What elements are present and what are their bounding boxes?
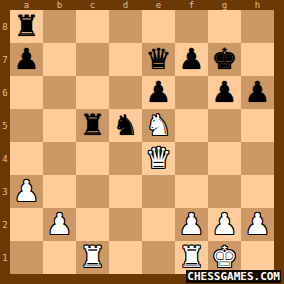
white-rook-rook-icon: ♜	[80, 241, 106, 274]
square-h7	[241, 43, 274, 76]
square-a5	[10, 109, 43, 142]
square-a1	[10, 241, 43, 274]
square-b6	[43, 76, 76, 109]
square-c8	[76, 10, 109, 43]
square-g8	[208, 10, 241, 43]
square-b8	[43, 10, 76, 43]
square-d3	[109, 175, 142, 208]
square-e6: ♟	[142, 76, 175, 109]
square-f2: ♟	[175, 208, 208, 241]
square-c5: ♜	[76, 109, 109, 142]
square-g6: ♟	[208, 76, 241, 109]
rank-label-5: 5	[0, 109, 10, 142]
chess-diagram: abcdefgh 87654321 ♜♟♛♟♚♟♟♟♜♞♞♛♟♟♟♟♟♜♜♚ C…	[0, 0, 284, 284]
square-a4	[10, 142, 43, 175]
rank-label-2: 2	[0, 208, 10, 241]
square-a3: ♟	[10, 175, 43, 208]
white-pawn-pawn-icon: ♟	[14, 175, 40, 208]
file-label-g: g	[208, 0, 241, 10]
square-a6	[10, 76, 43, 109]
square-g3	[208, 175, 241, 208]
square-c1: ♜	[76, 241, 109, 274]
file-label-b: b	[43, 0, 76, 10]
square-d6	[109, 76, 142, 109]
square-c7	[76, 43, 109, 76]
square-f5	[175, 109, 208, 142]
file-label-c: c	[76, 0, 109, 10]
square-g2: ♟	[208, 208, 241, 241]
white-pawn-pawn-icon: ♟	[179, 208, 205, 241]
black-pawn-pawn-icon: ♟	[14, 43, 40, 76]
square-d8	[109, 10, 142, 43]
square-e2	[142, 208, 175, 241]
square-f7: ♟	[175, 43, 208, 76]
square-f6	[175, 76, 208, 109]
white-pawn-pawn-icon: ♟	[47, 208, 73, 241]
file-label-h: h	[241, 0, 274, 10]
square-c6	[76, 76, 109, 109]
white-knight-knight-icon: ♞	[146, 109, 172, 142]
square-e8	[142, 10, 175, 43]
square-d1	[109, 241, 142, 274]
square-d4	[109, 142, 142, 175]
square-e1	[142, 241, 175, 274]
square-b4	[43, 142, 76, 175]
black-pawn-pawn-icon: ♟	[146, 76, 172, 109]
rank-label-7: 7	[0, 43, 10, 76]
rank-label-6: 6	[0, 76, 10, 109]
square-e4: ♛	[142, 142, 175, 175]
black-rook-rook-icon: ♜	[80, 109, 106, 142]
square-b7	[43, 43, 76, 76]
square-e3	[142, 175, 175, 208]
square-a8: ♜	[10, 10, 43, 43]
black-king-king-icon: ♚	[212, 43, 238, 76]
black-knight-knight-icon: ♞	[113, 109, 139, 142]
square-b2: ♟	[43, 208, 76, 241]
rank-label-8: 8	[0, 10, 10, 43]
white-pawn-pawn-icon: ♟	[212, 208, 238, 241]
square-g4	[208, 142, 241, 175]
watermark: CHESSGAMES.COM	[186, 270, 281, 283]
square-b3	[43, 175, 76, 208]
black-pawn-pawn-icon: ♟	[179, 43, 205, 76]
black-pawn-pawn-icon: ♟	[212, 76, 238, 109]
square-h4	[241, 142, 274, 175]
white-queen-queen-icon: ♛	[146, 142, 172, 175]
square-b1	[43, 241, 76, 274]
square-f8	[175, 10, 208, 43]
square-a2	[10, 208, 43, 241]
black-pawn-pawn-icon: ♟	[245, 76, 271, 109]
rank-label-3: 3	[0, 175, 10, 208]
square-h5	[241, 109, 274, 142]
square-b5	[43, 109, 76, 142]
square-c3	[76, 175, 109, 208]
square-h2: ♟	[241, 208, 274, 241]
square-a7: ♟	[10, 43, 43, 76]
square-d7	[109, 43, 142, 76]
square-f4	[175, 142, 208, 175]
square-f3	[175, 175, 208, 208]
white-pawn-pawn-icon: ♟	[245, 208, 271, 241]
square-h3	[241, 175, 274, 208]
rank-label-4: 4	[0, 142, 10, 175]
square-h8	[241, 10, 274, 43]
black-queen-queen-icon: ♛	[146, 43, 172, 76]
rank-labels: 87654321	[0, 10, 10, 274]
square-g5	[208, 109, 241, 142]
chess-board: ♜♟♛♟♚♟♟♟♜♞♞♛♟♟♟♟♟♜♜♚	[10, 10, 274, 274]
square-c4	[76, 142, 109, 175]
square-d2	[109, 208, 142, 241]
square-g7: ♚	[208, 43, 241, 76]
rank-label-1: 1	[0, 241, 10, 274]
black-rook-rook-icon: ♜	[14, 10, 40, 43]
file-label-e: e	[142, 0, 175, 10]
square-c2	[76, 208, 109, 241]
file-label-f: f	[175, 0, 208, 10]
file-labels: abcdefgh	[10, 0, 274, 10]
file-label-d: d	[109, 0, 142, 10]
square-h6: ♟	[241, 76, 274, 109]
square-e7: ♛	[142, 43, 175, 76]
square-d5: ♞	[109, 109, 142, 142]
square-e5: ♞	[142, 109, 175, 142]
